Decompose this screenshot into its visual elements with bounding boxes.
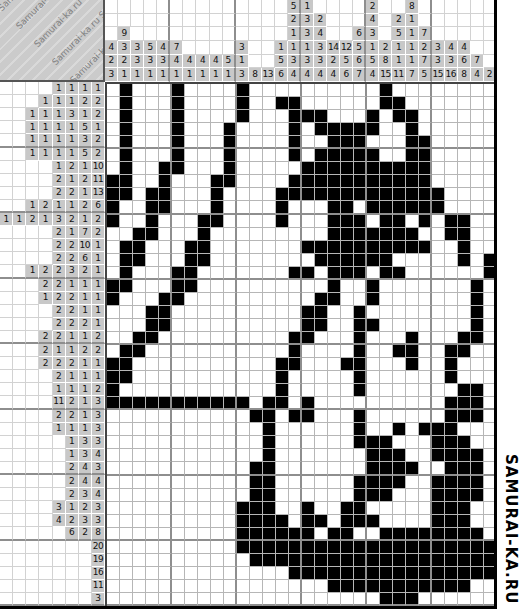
grid-cell[interactable]: [224, 188, 237, 201]
grid-cell[interactable]: [198, 423, 211, 436]
grid-cell[interactable]: [341, 528, 354, 541]
grid-cell[interactable]: [315, 345, 328, 358]
grid-cell[interactable]: [146, 410, 159, 423]
grid-cell[interactable]: [120, 541, 133, 554]
grid-cell[interactable]: [263, 449, 276, 462]
grid-cell[interactable]: [458, 149, 471, 162]
grid-cell[interactable]: [133, 358, 146, 371]
grid-cell[interactable]: [341, 410, 354, 423]
grid-cell[interactable]: [250, 267, 263, 280]
grid-cell[interactable]: [237, 215, 250, 228]
grid-cell[interactable]: [432, 476, 445, 489]
grid-cell[interactable]: [315, 228, 328, 241]
grid-cell[interactable]: [289, 84, 302, 97]
grid-cell[interactable]: [354, 489, 367, 502]
grid-cell[interactable]: [107, 384, 120, 397]
grid-cell[interactable]: [471, 136, 484, 149]
grid-cell[interactable]: [341, 215, 354, 228]
grid-cell[interactable]: [107, 84, 120, 97]
grid-cell[interactable]: [471, 541, 484, 554]
grid-cell[interactable]: [224, 515, 237, 528]
grid-cell[interactable]: [250, 188, 263, 201]
grid-cell[interactable]: [406, 358, 419, 371]
grid-cell[interactable]: [107, 345, 120, 358]
grid-cell[interactable]: [315, 254, 328, 267]
grid-cell[interactable]: [263, 97, 276, 110]
grid-cell[interactable]: [250, 201, 263, 214]
grid-cell[interactable]: [315, 423, 328, 436]
grid-cell[interactable]: [133, 462, 146, 475]
grid-cell[interactable]: [406, 436, 419, 449]
grid-cell[interactable]: [237, 593, 250, 606]
grid-cell[interactable]: [172, 280, 185, 293]
grid-cell[interactable]: [211, 436, 224, 449]
grid-cell[interactable]: [237, 502, 250, 515]
grid-cell[interactable]: [146, 280, 159, 293]
grid-cell[interactable]: [159, 410, 172, 423]
grid-cell[interactable]: [250, 228, 263, 241]
grid-cell[interactable]: [289, 554, 302, 567]
grid-cell[interactable]: [432, 567, 445, 580]
grid-cell[interactable]: [393, 241, 406, 254]
grid-cell[interactable]: [159, 306, 172, 319]
grid-cell[interactable]: [211, 175, 224, 188]
grid-cell[interactable]: [445, 476, 458, 489]
grid-cell[interactable]: [133, 332, 146, 345]
grid-cell[interactable]: [289, 267, 302, 280]
grid-cell[interactable]: [263, 332, 276, 345]
grid-cell[interactable]: [328, 462, 341, 475]
grid-cell[interactable]: [419, 241, 432, 254]
grid-cell[interactable]: [185, 84, 198, 97]
grid-cell[interactable]: [432, 293, 445, 306]
grid-cell[interactable]: [211, 476, 224, 489]
grid-cell[interactable]: [406, 423, 419, 436]
grid-cell[interactable]: [224, 84, 237, 97]
grid-cell[interactable]: [172, 228, 185, 241]
grid-cell[interactable]: [315, 476, 328, 489]
grid-cell[interactable]: [393, 201, 406, 214]
grid-cell[interactable]: [146, 397, 159, 410]
grid-cell[interactable]: [211, 123, 224, 136]
grid-cell[interactable]: [419, 136, 432, 149]
grid-cell[interactable]: [367, 280, 380, 293]
grid-cell[interactable]: [276, 136, 289, 149]
grid-cell[interactable]: [419, 567, 432, 580]
grid-cell[interactable]: [302, 502, 315, 515]
grid-cell[interactable]: [172, 554, 185, 567]
grid-cell[interactable]: [146, 462, 159, 475]
grid-cell[interactable]: [107, 580, 120, 593]
grid-cell[interactable]: [263, 371, 276, 384]
grid-cell[interactable]: [354, 306, 367, 319]
grid-cell[interactable]: [471, 84, 484, 97]
grid-cell[interactable]: [276, 554, 289, 567]
grid-cell[interactable]: [406, 175, 419, 188]
grid-cell[interactable]: [315, 97, 328, 110]
grid-cell[interactable]: [341, 293, 354, 306]
grid-cell[interactable]: [380, 162, 393, 175]
grid-cell[interactable]: [393, 397, 406, 410]
grid-cell[interactable]: [458, 110, 471, 123]
grid-cell[interactable]: [120, 332, 133, 345]
grid-cell[interactable]: [367, 345, 380, 358]
grid-cell[interactable]: [237, 489, 250, 502]
grid-cell[interactable]: [159, 188, 172, 201]
grid-cell[interactable]: [198, 280, 211, 293]
grid-cell[interactable]: [367, 123, 380, 136]
grid-cell[interactable]: [250, 110, 263, 123]
grid-cell[interactable]: [380, 449, 393, 462]
grid-cell[interactable]: [263, 528, 276, 541]
grid-cell[interactable]: [198, 175, 211, 188]
grid-cell[interactable]: [354, 358, 367, 371]
grid-cell[interactable]: [367, 162, 380, 175]
grid-cell[interactable]: [198, 97, 211, 110]
grid-cell[interactable]: [211, 384, 224, 397]
grid-cell[interactable]: [328, 123, 341, 136]
grid-cell[interactable]: [289, 123, 302, 136]
grid-cell[interactable]: [198, 436, 211, 449]
grid-cell[interactable]: [419, 515, 432, 528]
grid-cell[interactable]: [107, 462, 120, 475]
grid-cell[interactable]: [471, 593, 484, 606]
grid-cell[interactable]: [185, 462, 198, 475]
grid-cell[interactable]: [328, 371, 341, 384]
grid-cell[interactable]: [198, 397, 211, 410]
grid-cell[interactable]: [211, 267, 224, 280]
grid-cell[interactable]: [120, 345, 133, 358]
grid-cell[interactable]: [224, 476, 237, 489]
grid-cell[interactable]: [289, 254, 302, 267]
grid-cell[interactable]: [172, 267, 185, 280]
grid-cell[interactable]: [250, 476, 263, 489]
grid-cell[interactable]: [198, 593, 211, 606]
grid-cell[interactable]: [471, 436, 484, 449]
grid-cell[interactable]: [211, 541, 224, 554]
grid-cell[interactable]: [445, 397, 458, 410]
grid-cell[interactable]: [211, 162, 224, 175]
grid-cell[interactable]: [159, 293, 172, 306]
grid-cell[interactable]: [393, 319, 406, 332]
grid-cell[interactable]: [328, 384, 341, 397]
grid-cell[interactable]: [406, 593, 419, 606]
grid-cell[interactable]: [263, 254, 276, 267]
grid-cell[interactable]: [276, 293, 289, 306]
grid-cell[interactable]: [315, 567, 328, 580]
grid-cell[interactable]: [458, 267, 471, 280]
grid-cell[interactable]: [380, 306, 393, 319]
grid-cell[interactable]: [250, 241, 263, 254]
grid-cell[interactable]: [367, 110, 380, 123]
grid-cell[interactable]: [354, 554, 367, 567]
grid-cell[interactable]: [380, 110, 393, 123]
grid-cell[interactable]: [471, 489, 484, 502]
grid-cell[interactable]: [146, 358, 159, 371]
grid-cell[interactable]: [211, 228, 224, 241]
grid-cell[interactable]: [393, 384, 406, 397]
grid-cell[interactable]: [159, 254, 172, 267]
grid-cell[interactable]: [380, 528, 393, 541]
grid-cell[interactable]: [107, 554, 120, 567]
grid-cell[interactable]: [185, 502, 198, 515]
grid-cell[interactable]: [458, 449, 471, 462]
grid-cell[interactable]: [133, 293, 146, 306]
grid-cell[interactable]: [198, 332, 211, 345]
grid-cell[interactable]: [198, 515, 211, 528]
grid-cell[interactable]: [211, 423, 224, 436]
grid-cell[interactable]: [211, 554, 224, 567]
grid-cell[interactable]: [302, 332, 315, 345]
grid-cell[interactable]: [328, 84, 341, 97]
grid-cell[interactable]: [133, 593, 146, 606]
grid-cell[interactable]: [302, 384, 315, 397]
grid-cell[interactable]: [159, 462, 172, 475]
grid-cell[interactable]: [341, 502, 354, 515]
grid-cell[interactable]: [406, 515, 419, 528]
grid-cell[interactable]: [120, 149, 133, 162]
grid-cell[interactable]: [445, 567, 458, 580]
grid-cell[interactable]: [354, 345, 367, 358]
grid-cell[interactable]: [432, 371, 445, 384]
grid-cell[interactable]: [380, 215, 393, 228]
grid-cell[interactable]: [133, 476, 146, 489]
grid-cell[interactable]: [250, 449, 263, 462]
grid-cell[interactable]: [302, 580, 315, 593]
grid-cell[interactable]: [224, 410, 237, 423]
grid-cell[interactable]: [419, 188, 432, 201]
grid-cell[interactable]: [328, 293, 341, 306]
grid-cell[interactable]: [393, 528, 406, 541]
grid-cell[interactable]: [419, 371, 432, 384]
grid-cell[interactable]: [120, 423, 133, 436]
grid-cell[interactable]: [276, 228, 289, 241]
grid-cell[interactable]: [185, 397, 198, 410]
grid-cell[interactable]: [224, 136, 237, 149]
grid-cell[interactable]: [107, 476, 120, 489]
grid-cell[interactable]: [445, 97, 458, 110]
grid-cell[interactable]: [263, 241, 276, 254]
grid-cell[interactable]: [328, 175, 341, 188]
grid-cell[interactable]: [302, 84, 315, 97]
grid-cell[interactable]: [211, 580, 224, 593]
grid-cell[interactable]: [159, 541, 172, 554]
grid-cell[interactable]: [263, 436, 276, 449]
grid-cell[interactable]: [146, 136, 159, 149]
grid-cell[interactable]: [471, 267, 484, 280]
grid-cell[interactable]: [107, 489, 120, 502]
grid-cell[interactable]: [328, 489, 341, 502]
grid-cell[interactable]: [224, 449, 237, 462]
grid-cell[interactable]: [458, 188, 471, 201]
grid-cell[interactable]: [120, 110, 133, 123]
grid-cell[interactable]: [471, 371, 484, 384]
grid-cell[interactable]: [263, 201, 276, 214]
grid-cell[interactable]: [250, 554, 263, 567]
grid-cell[interactable]: [419, 423, 432, 436]
grid-cell[interactable]: [146, 110, 159, 123]
grid-cell[interactable]: [159, 332, 172, 345]
grid-cell[interactable]: [263, 502, 276, 515]
grid-cell[interactable]: [250, 293, 263, 306]
grid-cell[interactable]: [445, 449, 458, 462]
grid-cell[interactable]: [367, 410, 380, 423]
grid-cell[interactable]: [419, 397, 432, 410]
grid-cell[interactable]: [341, 476, 354, 489]
grid-cell[interactable]: [120, 241, 133, 254]
grid-cell[interactable]: [276, 580, 289, 593]
grid-cell[interactable]: [211, 149, 224, 162]
grid-cell[interactable]: [107, 449, 120, 462]
grid-cell[interactable]: [107, 280, 120, 293]
grid-cell[interactable]: [406, 201, 419, 214]
grid-cell[interactable]: [224, 97, 237, 110]
grid-cell[interactable]: [458, 306, 471, 319]
grid-cell[interactable]: [406, 371, 419, 384]
grid-cell[interactable]: [315, 528, 328, 541]
grid-cell[interactable]: [445, 319, 458, 332]
grid-cell[interactable]: [289, 293, 302, 306]
grid-cell[interactable]: [380, 228, 393, 241]
grid-cell[interactable]: [198, 489, 211, 502]
grid-cell[interactable]: [146, 175, 159, 188]
grid-cell[interactable]: [198, 306, 211, 319]
grid-cell[interactable]: [328, 554, 341, 567]
grid-cell[interactable]: [237, 201, 250, 214]
grid-cell[interactable]: [289, 345, 302, 358]
grid-cell[interactable]: [406, 489, 419, 502]
grid-cell[interactable]: [107, 397, 120, 410]
grid-cell[interactable]: [146, 201, 159, 214]
grid-cell[interactable]: [354, 123, 367, 136]
grid-cell[interactable]: [354, 136, 367, 149]
grid-cell[interactable]: [237, 384, 250, 397]
grid-cell[interactable]: [471, 97, 484, 110]
grid-cell[interactable]: [302, 423, 315, 436]
grid-cell[interactable]: [250, 162, 263, 175]
grid-cell[interactable]: [211, 358, 224, 371]
grid-cell[interactable]: [107, 567, 120, 580]
grid-cell[interactable]: [458, 593, 471, 606]
grid-cell[interactable]: [354, 201, 367, 214]
grid-cell[interactable]: [276, 241, 289, 254]
grid-cell[interactable]: [198, 410, 211, 423]
grid-cell[interactable]: [354, 162, 367, 175]
grid-cell[interactable]: [224, 123, 237, 136]
grid-cell[interactable]: [406, 580, 419, 593]
grid-cell[interactable]: [185, 267, 198, 280]
grid-cell[interactable]: [120, 319, 133, 332]
grid-cell[interactable]: [341, 384, 354, 397]
grid-cell[interactable]: [211, 97, 224, 110]
grid-cell[interactable]: [198, 541, 211, 554]
grid-cell[interactable]: [341, 280, 354, 293]
grid-cell[interactable]: [107, 306, 120, 319]
grid-cell[interactable]: [406, 528, 419, 541]
grid-cell[interactable]: [276, 410, 289, 423]
grid-cell[interactable]: [406, 319, 419, 332]
grid-cell[interactable]: [107, 201, 120, 214]
grid-cell[interactable]: [367, 319, 380, 332]
grid-cell[interactable]: [445, 462, 458, 475]
grid-cell[interactable]: [250, 515, 263, 528]
grid-cell[interactable]: [172, 345, 185, 358]
grid-cell[interactable]: [224, 345, 237, 358]
grid-cell[interactable]: [133, 175, 146, 188]
grid-cell[interactable]: [471, 188, 484, 201]
grid-cell[interactable]: [419, 358, 432, 371]
grid-cell[interactable]: [289, 306, 302, 319]
grid-cell[interactable]: [276, 541, 289, 554]
grid-cell[interactable]: [406, 162, 419, 175]
grid-cell[interactable]: [445, 123, 458, 136]
grid-cell[interactable]: [354, 254, 367, 267]
grid-cell[interactable]: [367, 97, 380, 110]
grid-cell[interactable]: [432, 267, 445, 280]
grid-cell[interactable]: [341, 345, 354, 358]
grid-cell[interactable]: [302, 123, 315, 136]
grid-cell[interactable]: [406, 462, 419, 475]
grid-cell[interactable]: [185, 136, 198, 149]
grid-cell[interactable]: [380, 580, 393, 593]
grid-cell[interactable]: [172, 436, 185, 449]
grid-cell[interactable]: [250, 84, 263, 97]
grid-cell[interactable]: [471, 528, 484, 541]
grid-cell[interactable]: [146, 371, 159, 384]
grid-cell[interactable]: [172, 123, 185, 136]
grid-cell[interactable]: [120, 593, 133, 606]
grid-cell[interactable]: [198, 476, 211, 489]
grid-cell[interactable]: [185, 449, 198, 462]
grid-cell[interactable]: [393, 97, 406, 110]
grid-cell[interactable]: [133, 306, 146, 319]
grid-cell[interactable]: [367, 228, 380, 241]
grid-cell[interactable]: [302, 476, 315, 489]
grid-cell[interactable]: [302, 358, 315, 371]
grid-cell[interactable]: [120, 280, 133, 293]
grid-cell[interactable]: [289, 136, 302, 149]
grid-cell[interactable]: [328, 136, 341, 149]
grid-cell[interactable]: [302, 554, 315, 567]
grid-cell[interactable]: [250, 280, 263, 293]
grid-cell[interactable]: [315, 371, 328, 384]
grid-cell[interactable]: [458, 280, 471, 293]
grid-cell[interactable]: [458, 319, 471, 332]
grid-cell[interactable]: [367, 554, 380, 567]
grid-cell[interactable]: [198, 345, 211, 358]
grid-cell[interactable]: [354, 384, 367, 397]
grid-cell[interactable]: [224, 293, 237, 306]
grid-cell[interactable]: [302, 541, 315, 554]
grid-cell[interactable]: [367, 215, 380, 228]
grid-cell[interactable]: [263, 267, 276, 280]
grid-cell[interactable]: [224, 110, 237, 123]
grid-cell[interactable]: [380, 554, 393, 567]
grid-cell[interactable]: [146, 149, 159, 162]
grid-cell[interactable]: [133, 567, 146, 580]
grid-cell[interactable]: [185, 215, 198, 228]
grid-cell[interactable]: [133, 423, 146, 436]
grid-cell[interactable]: [120, 254, 133, 267]
grid-cell[interactable]: [185, 97, 198, 110]
grid-cell[interactable]: [471, 423, 484, 436]
grid-cell[interactable]: [419, 345, 432, 358]
grid-cell[interactable]: [341, 515, 354, 528]
grid-cell[interactable]: [289, 423, 302, 436]
grid-cell[interactable]: [445, 489, 458, 502]
grid-cell[interactable]: [263, 580, 276, 593]
grid-cell[interactable]: [211, 449, 224, 462]
